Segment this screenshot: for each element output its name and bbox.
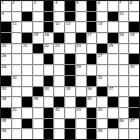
- grid-cell[interactable]: 49: [97, 129, 107, 139]
- black-cell: [108, 12, 118, 22]
- grid-cell[interactable]: [97, 33, 107, 43]
- clue-number: 19: [130, 33, 135, 37]
- black-cell: [65, 12, 75, 22]
- black-cell: [44, 129, 54, 139]
- grid-cell[interactable]: 33: [1, 87, 11, 97]
- black-cell: [65, 65, 75, 75]
- grid-cell[interactable]: 47: [129, 119, 139, 129]
- clue-number: 26: [2, 54, 7, 58]
- grid-cell[interactable]: 1: [1, 1, 11, 11]
- clue-number: 27: [98, 54, 103, 58]
- black-cell: [1, 33, 11, 43]
- grid-cell[interactable]: 2: [12, 1, 22, 11]
- black-cell: [44, 76, 54, 86]
- grid-cell[interactable]: [97, 119, 107, 129]
- grid-cell[interactable]: [54, 119, 64, 129]
- grid-cell[interactable]: [76, 87, 86, 97]
- grid-cell[interactable]: [54, 54, 64, 64]
- crossword-grid: 1234567891011121314151617181920212223242…: [0, 0, 140, 140]
- black-cell: [108, 33, 118, 43]
- black-cell: [33, 44, 43, 54]
- grid-cell[interactable]: [12, 97, 22, 107]
- grid-cell[interactable]: [54, 65, 64, 75]
- black-cell: [65, 54, 75, 64]
- clue-number: 40: [87, 97, 92, 101]
- clue-number: 6: [98, 1, 100, 5]
- grid-cell[interactable]: 30: [129, 65, 139, 75]
- grid-cell[interactable]: 44: [97, 108, 107, 118]
- clue-number: 24: [76, 44, 81, 48]
- grid-cell[interactable]: [129, 87, 139, 97]
- clue-number: 35: [66, 87, 71, 91]
- black-cell: [129, 54, 139, 64]
- grid-cell[interactable]: [33, 65, 43, 75]
- grid-cell[interactable]: [33, 119, 43, 129]
- black-cell: [87, 22, 97, 32]
- grid-cell[interactable]: 28: [1, 65, 11, 75]
- clue-number: 15: [34, 33, 39, 37]
- clue-number: 41: [12, 108, 17, 112]
- grid-cell[interactable]: [12, 54, 22, 64]
- clue-number: 43: [76, 108, 81, 112]
- grid-cell[interactable]: 27: [97, 54, 107, 64]
- grid-cell[interactable]: 34: [44, 87, 54, 97]
- grid-cell[interactable]: [119, 87, 129, 97]
- black-cell: [44, 22, 54, 32]
- grid-cell[interactable]: 24: [76, 44, 86, 54]
- grid-cell[interactable]: [108, 76, 118, 86]
- clue-number: 44: [98, 108, 103, 112]
- clue-number: 9: [2, 12, 4, 16]
- black-cell: [65, 76, 75, 86]
- grid-cell[interactable]: [22, 87, 32, 97]
- grid-cell[interactable]: 4: [54, 1, 64, 11]
- black-cell: [87, 76, 97, 86]
- grid-cell[interactable]: [119, 44, 129, 54]
- clue-number: 31: [12, 76, 17, 80]
- black-cell: [65, 129, 75, 139]
- black-cell: [65, 119, 75, 129]
- grid-cell[interactable]: 42: [54, 108, 64, 118]
- black-cell: [44, 54, 54, 64]
- black-cell: [129, 22, 139, 32]
- grid-cell[interactable]: 43: [76, 108, 86, 118]
- black-cell: [87, 1, 97, 11]
- grid-cell[interactable]: [33, 54, 43, 64]
- clue-number: 8: [130, 1, 132, 5]
- grid-cell[interactable]: [119, 54, 129, 64]
- grid-cell[interactable]: 23: [54, 44, 64, 54]
- black-cell: [87, 54, 97, 64]
- grid-cell[interactable]: [12, 65, 22, 75]
- clue-number: 20: [2, 44, 7, 48]
- grid-cell[interactable]: [12, 33, 22, 43]
- grid-cell[interactable]: [22, 1, 32, 11]
- grid-cell[interactable]: 48: [1, 129, 11, 139]
- clue-number: 17: [87, 33, 92, 37]
- grid-cell[interactable]: [119, 108, 129, 118]
- grid-cell[interactable]: [22, 65, 32, 75]
- clue-number: 36: [87, 87, 92, 91]
- grid-cell[interactable]: [65, 97, 75, 107]
- grid-cell[interactable]: [22, 108, 32, 118]
- grid-cell[interactable]: [108, 129, 118, 139]
- black-cell: [1, 76, 11, 86]
- grid-cell[interactable]: 38: [1, 97, 11, 107]
- grid-cell[interactable]: [108, 54, 118, 64]
- grid-cell[interactable]: 29: [76, 65, 86, 75]
- clue-number: 11: [12, 22, 17, 26]
- grid-cell[interactable]: [44, 97, 54, 107]
- grid-cell[interactable]: [12, 119, 22, 129]
- black-cell: [87, 129, 97, 139]
- black-cell: [44, 119, 54, 129]
- grid-cell[interactable]: 35: [65, 87, 75, 97]
- black-cell: [22, 12, 32, 22]
- grid-cell[interactable]: [87, 65, 97, 75]
- grid-cell[interactable]: [76, 22, 86, 32]
- clue-number: 48: [2, 129, 7, 133]
- grid-cell[interactable]: 17: [87, 33, 97, 43]
- grid-cell[interactable]: [119, 65, 129, 75]
- clue-number: 4: [55, 1, 57, 5]
- clue-number: 12: [55, 22, 60, 26]
- grid-cell[interactable]: 12: [54, 22, 64, 32]
- grid-cell[interactable]: 32: [97, 76, 107, 86]
- grid-cell[interactable]: [33, 129, 43, 139]
- black-cell: [108, 97, 118, 107]
- grid-cell[interactable]: 5: [76, 1, 86, 11]
- grid-cell[interactable]: [54, 129, 64, 139]
- black-cell: [108, 119, 118, 129]
- grid-cell[interactable]: 22: [44, 44, 54, 54]
- grid-cell[interactable]: [76, 119, 86, 129]
- grid-cell[interactable]: [65, 44, 75, 54]
- grid-cell[interactable]: 46: [119, 119, 129, 129]
- grid-cell[interactable]: 21: [22, 44, 32, 54]
- black-cell: [44, 108, 54, 118]
- black-cell: [87, 12, 97, 22]
- grid-cell[interactable]: [119, 97, 129, 107]
- clue-number: 23: [55, 44, 60, 48]
- grid-cell[interactable]: [12, 12, 22, 22]
- grid-cell[interactable]: 10: [119, 12, 129, 22]
- black-cell: [129, 108, 139, 118]
- grid-cell[interactable]: [12, 129, 22, 139]
- clue-number: 37: [108, 87, 113, 91]
- grid-cell[interactable]: 31: [12, 76, 22, 86]
- grid-cell[interactable]: [108, 108, 118, 118]
- grid-cell[interactable]: [22, 129, 32, 139]
- clue-number: 33: [2, 87, 7, 91]
- grid-cell[interactable]: 26: [1, 54, 11, 64]
- grid-cell[interactable]: [33, 76, 43, 86]
- grid-cell[interactable]: 18: [119, 33, 129, 43]
- grid-cell[interactable]: 16: [44, 33, 54, 43]
- clue-number: 22: [44, 44, 49, 48]
- clue-number: 30: [130, 65, 135, 69]
- clue-number: 47: [130, 119, 135, 123]
- clue-number: 14: [98, 22, 103, 26]
- clue-number: 13: [66, 22, 71, 26]
- grid-cell[interactable]: [65, 108, 75, 118]
- grid-cell[interactable]: [22, 54, 32, 64]
- clue-number: 3: [34, 1, 36, 5]
- grid-cell[interactable]: 40: [87, 97, 97, 107]
- grid-cell[interactable]: [33, 12, 43, 22]
- clue-number: 38: [2, 97, 7, 101]
- clue-number: 32: [98, 76, 103, 80]
- grid-cell[interactable]: [12, 44, 22, 54]
- black-cell: [87, 108, 97, 118]
- grid-cell[interactable]: [119, 129, 129, 139]
- grid-cell[interactable]: 15: [33, 33, 43, 43]
- grid-cell[interactable]: 41: [12, 108, 22, 118]
- grid-cell[interactable]: [33, 108, 43, 118]
- black-cell: [54, 33, 64, 43]
- black-cell: [33, 87, 43, 97]
- grid-cell[interactable]: 8: [129, 1, 139, 11]
- black-cell: [22, 97, 32, 107]
- grid-cell[interactable]: [108, 65, 118, 75]
- grid-cell[interactable]: 39: [33, 97, 43, 107]
- clue-number: 18: [119, 33, 124, 37]
- clue-number: 45: [2, 119, 7, 123]
- clue-number: 16: [44, 33, 49, 37]
- grid-cell[interactable]: 11: [12, 22, 22, 32]
- grid-cell[interactable]: [119, 22, 129, 32]
- grid-cell[interactable]: 45: [1, 119, 11, 129]
- grid-cell[interactable]: [129, 76, 139, 86]
- grid-cell[interactable]: [44, 65, 54, 75]
- black-cell: [22, 33, 32, 43]
- grid-cell[interactable]: 20: [1, 44, 11, 54]
- clue-number: 5: [76, 1, 78, 5]
- clue-number: 7: [119, 1, 121, 5]
- clue-number: 28: [2, 65, 7, 69]
- grid-cell[interactable]: [129, 129, 139, 139]
- black-cell: [44, 12, 54, 22]
- grid-cell[interactable]: 9: [1, 12, 11, 22]
- clue-number: 29: [76, 65, 81, 69]
- grid-cell[interactable]: 14: [97, 22, 107, 32]
- clue-number: 46: [119, 119, 124, 123]
- black-cell: [76, 33, 86, 43]
- grid-cell[interactable]: [129, 44, 139, 54]
- grid-cell[interactable]: [87, 44, 97, 54]
- black-cell: [87, 119, 97, 129]
- grid-cell[interactable]: [54, 87, 64, 97]
- grid-cell[interactable]: [54, 76, 64, 86]
- grid-cell[interactable]: [97, 65, 107, 75]
- black-cell: [97, 44, 107, 54]
- grid-cell[interactable]: 13: [65, 22, 75, 32]
- clue-number: 21: [23, 44, 28, 48]
- grid-cell[interactable]: [65, 33, 75, 43]
- black-cell: [65, 1, 75, 11]
- black-cell: [129, 97, 139, 107]
- grid-cell[interactable]: 25: [108, 44, 118, 54]
- clue-number: 25: [108, 44, 113, 48]
- grid-cell[interactable]: [22, 22, 32, 32]
- grid-cell[interactable]: [97, 12, 107, 22]
- grid-cell[interactable]: 7: [119, 1, 129, 11]
- black-cell: [44, 1, 54, 11]
- clue-number: 49: [98, 129, 103, 133]
- grid-cell[interactable]: [22, 76, 32, 86]
- black-cell: [1, 108, 11, 118]
- grid-cell[interactable]: [76, 12, 86, 22]
- grid-cell[interactable]: 19: [129, 33, 139, 43]
- clue-number: 1: [2, 1, 4, 5]
- grid-cell[interactable]: [76, 54, 86, 64]
- grid-cell[interactable]: [129, 12, 139, 22]
- black-cell: [1, 22, 11, 32]
- grid-cell[interactable]: [119, 76, 129, 86]
- grid-cell[interactable]: 6: [97, 1, 107, 11]
- black-cell: [22, 119, 32, 129]
- grid-cell[interactable]: [108, 1, 118, 11]
- clue-number: 39: [34, 97, 39, 101]
- grid-cell[interactable]: [76, 76, 86, 86]
- grid-cell[interactable]: [108, 22, 118, 32]
- clue-number: 42: [55, 108, 60, 112]
- clue-number: 34: [44, 87, 49, 91]
- grid-cell[interactable]: 3: [33, 1, 43, 11]
- black-cell: [54, 97, 64, 107]
- grid-cell[interactable]: [12, 87, 22, 97]
- clue-number: 10: [119, 12, 124, 16]
- grid-cell[interactable]: [54, 12, 64, 22]
- clue-number: 2: [12, 1, 14, 5]
- grid-cell[interactable]: [97, 97, 107, 107]
- grid-cell[interactable]: 37: [108, 87, 118, 97]
- grid-cell[interactable]: 36: [87, 87, 97, 97]
- grid-cell[interactable]: [76, 129, 86, 139]
- black-cell: [76, 97, 86, 107]
- black-cell: [97, 87, 107, 97]
- grid-cell[interactable]: [33, 22, 43, 32]
